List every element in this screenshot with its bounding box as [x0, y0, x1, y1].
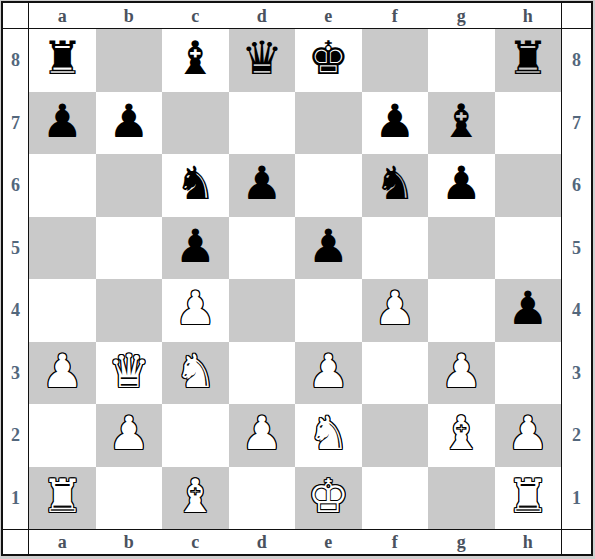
square-e3[interactable]: ♟ [295, 342, 362, 405]
file-label-g-top: g [428, 3, 495, 29]
white-pawn-icon[interactable]: ♟ [42, 348, 83, 394]
white-pawn-icon[interactable]: ♟ [441, 348, 482, 394]
square-b2[interactable]: ♟ [96, 404, 163, 467]
white-rook-icon[interactable]: ♜ [42, 473, 83, 519]
black-bishop-icon[interactable]: ♝ [175, 35, 216, 81]
square-h2[interactable]: ♟ [495, 404, 562, 467]
file-label-e-top: e [295, 3, 362, 29]
square-e8[interactable]: ♚ [295, 29, 362, 92]
file-label-f-bottom: f [362, 529, 429, 554]
white-bishop-icon[interactable]: ♝ [441, 410, 482, 456]
white-pawn-icon[interactable]: ♟ [175, 285, 216, 331]
rank-label-3-right: 3 [561, 342, 591, 405]
square-b7[interactable]: ♟ [96, 92, 163, 155]
square-g1[interactable] [428, 467, 495, 530]
square-b4[interactable] [96, 279, 163, 342]
chess-board: abcdefgh8♜♝♛♚♜87♟♟♟♝76♞♟♞♟65♟♟54♟♟♟43♟♛♞… [1, 1, 593, 556]
square-h1[interactable]: ♜ [495, 467, 562, 530]
square-h8[interactable]: ♜ [495, 29, 562, 92]
square-h5[interactable] [495, 217, 562, 280]
square-h3[interactable] [495, 342, 562, 405]
file-label-b-bottom: b [96, 529, 163, 554]
black-pawn-icon[interactable]: ♟ [441, 160, 482, 206]
square-h6[interactable] [495, 154, 562, 217]
square-c7[interactable] [162, 92, 229, 155]
square-c2[interactable] [162, 404, 229, 467]
rank-label-8-left: 8 [3, 29, 29, 92]
file-label-d-top: d [229, 3, 296, 29]
square-b3[interactable]: ♛ [96, 342, 163, 405]
square-g5[interactable] [428, 217, 495, 280]
square-a6[interactable] [29, 154, 96, 217]
square-d8[interactable]: ♛ [229, 29, 296, 92]
rank-label-6-left: 6 [3, 154, 29, 217]
square-a5[interactable] [29, 217, 96, 280]
file-label-f-top: f [362, 3, 429, 29]
white-pawn-icon[interactable]: ♟ [241, 410, 282, 456]
square-c1[interactable]: ♝ [162, 467, 229, 530]
square-d5[interactable] [229, 217, 296, 280]
rank-label-5-left: 5 [3, 217, 29, 280]
file-label-a-top: a [29, 3, 96, 29]
square-c6[interactable]: ♞ [162, 154, 229, 217]
square-g8[interactable] [428, 29, 495, 92]
square-f4[interactable]: ♟ [362, 279, 429, 342]
black-pawn-icon[interactable]: ♟ [175, 223, 216, 269]
rank-label-5-right: 5 [561, 217, 591, 280]
black-pawn-icon[interactable]: ♟ [308, 223, 349, 269]
square-f2[interactable] [362, 404, 429, 467]
white-knight-icon[interactable]: ♞ [308, 410, 349, 456]
square-e7[interactable] [295, 92, 362, 155]
square-c8[interactable]: ♝ [162, 29, 229, 92]
square-b1[interactable] [96, 467, 163, 530]
white-pawn-icon[interactable]: ♟ [308, 348, 349, 394]
file-label-b-top: b [96, 3, 163, 29]
file-label-h-bottom: h [495, 529, 562, 554]
rank-label-1-left: 1 [3, 467, 29, 530]
rank-label-7-right: 7 [561, 92, 591, 155]
file-label-e-bottom: e [295, 529, 362, 554]
black-pawn-icon[interactable]: ♟ [507, 285, 548, 331]
square-e4[interactable] [295, 279, 362, 342]
white-pawn-icon[interactable]: ♟ [374, 285, 415, 331]
file-label-c-bottom: c [162, 529, 229, 554]
square-g7[interactable]: ♝ [428, 92, 495, 155]
white-knight-icon[interactable]: ♞ [175, 348, 216, 394]
square-f6[interactable]: ♞ [362, 154, 429, 217]
rank-label-4-left: 4 [3, 279, 29, 342]
square-f8[interactable] [362, 29, 429, 92]
square-g3[interactable]: ♟ [428, 342, 495, 405]
square-d6[interactable]: ♟ [229, 154, 296, 217]
black-rook-icon[interactable]: ♜ [42, 35, 83, 81]
rank-label-4-right: 4 [561, 279, 591, 342]
board-corner [3, 3, 29, 29]
square-f1[interactable] [362, 467, 429, 530]
black-pawn-icon[interactable]: ♟ [241, 160, 282, 206]
square-g2[interactable]: ♝ [428, 404, 495, 467]
square-e1[interactable]: ♚ [295, 467, 362, 530]
square-f7[interactable]: ♟ [362, 92, 429, 155]
square-a7[interactable]: ♟ [29, 92, 96, 155]
rank-label-1-right: 1 [561, 467, 591, 530]
black-pawn-icon[interactable]: ♟ [374, 98, 415, 144]
rank-label-2-left: 2 [3, 404, 29, 467]
square-h4[interactable]: ♟ [495, 279, 562, 342]
white-pawn-icon[interactable]: ♟ [108, 410, 149, 456]
black-knight-icon[interactable]: ♞ [175, 160, 216, 206]
rank-label-7-left: 7 [3, 92, 29, 155]
file-label-c-top: c [162, 3, 229, 29]
white-rook-icon[interactable]: ♜ [507, 473, 548, 519]
square-e6[interactable] [295, 154, 362, 217]
square-g4[interactable] [428, 279, 495, 342]
file-label-h-top: h [495, 3, 562, 29]
square-c3[interactable]: ♞ [162, 342, 229, 405]
square-e2[interactable]: ♞ [295, 404, 362, 467]
square-d4[interactable] [229, 279, 296, 342]
file-label-a-bottom: a [29, 529, 96, 554]
square-c5[interactable]: ♟ [162, 217, 229, 280]
file-label-g-bottom: g [428, 529, 495, 554]
file-label-d-bottom: d [229, 529, 296, 554]
board-corner [3, 529, 29, 554]
square-d1[interactable] [229, 467, 296, 530]
white-king-icon[interactable]: ♚ [308, 473, 349, 519]
rank-label-2-right: 2 [561, 404, 591, 467]
square-d2[interactable]: ♟ [229, 404, 296, 467]
rank-label-8-right: 8 [561, 29, 591, 92]
square-d7[interactable] [229, 92, 296, 155]
square-b6[interactable] [96, 154, 163, 217]
square-a1[interactable]: ♜ [29, 467, 96, 530]
white-queen-icon[interactable]: ♛ [108, 348, 149, 394]
black-king-icon[interactable]: ♚ [308, 35, 349, 81]
black-pawn-icon[interactable]: ♟ [42, 98, 83, 144]
white-pawn-icon[interactable]: ♟ [507, 410, 548, 456]
black-rook-icon[interactable]: ♜ [507, 35, 548, 81]
square-a8[interactable]: ♜ [29, 29, 96, 92]
square-h7[interactable] [495, 92, 562, 155]
black-knight-icon[interactable]: ♞ [374, 160, 415, 206]
square-d3[interactable] [229, 342, 296, 405]
square-e5[interactable]: ♟ [295, 217, 362, 280]
square-b5[interactable] [96, 217, 163, 280]
black-bishop-icon[interactable]: ♝ [441, 98, 482, 144]
black-pawn-icon[interactable]: ♟ [108, 98, 149, 144]
rank-label-6-right: 6 [561, 154, 591, 217]
square-a4[interactable] [29, 279, 96, 342]
square-b8[interactable] [96, 29, 163, 92]
board-corner [561, 529, 591, 554]
board-corner [561, 3, 591, 29]
square-f3[interactable] [362, 342, 429, 405]
white-bishop-icon[interactable]: ♝ [175, 473, 216, 519]
square-f5[interactable] [362, 217, 429, 280]
square-a3[interactable]: ♟ [29, 342, 96, 405]
rank-label-3-left: 3 [3, 342, 29, 405]
square-g6[interactable]: ♟ [428, 154, 495, 217]
square-c4[interactable]: ♟ [162, 279, 229, 342]
black-queen-icon[interactable]: ♛ [241, 35, 282, 81]
square-a2[interactable] [29, 404, 96, 467]
